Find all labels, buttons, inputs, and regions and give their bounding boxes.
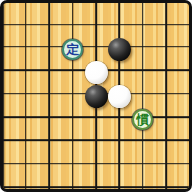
board-stones-layer: 定慣 [0,0,192,192]
white-stone-E6 [85,61,108,84]
black-stone-E5 [85,85,108,108]
go-board[interactable]: 定慣 [0,0,192,192]
black-stone-F7 [108,38,131,61]
white-stone-F5 [108,85,131,108]
move-label-D7[interactable]: 定 [62,39,83,60]
move-label-G4[interactable]: 慣 [132,109,153,130]
